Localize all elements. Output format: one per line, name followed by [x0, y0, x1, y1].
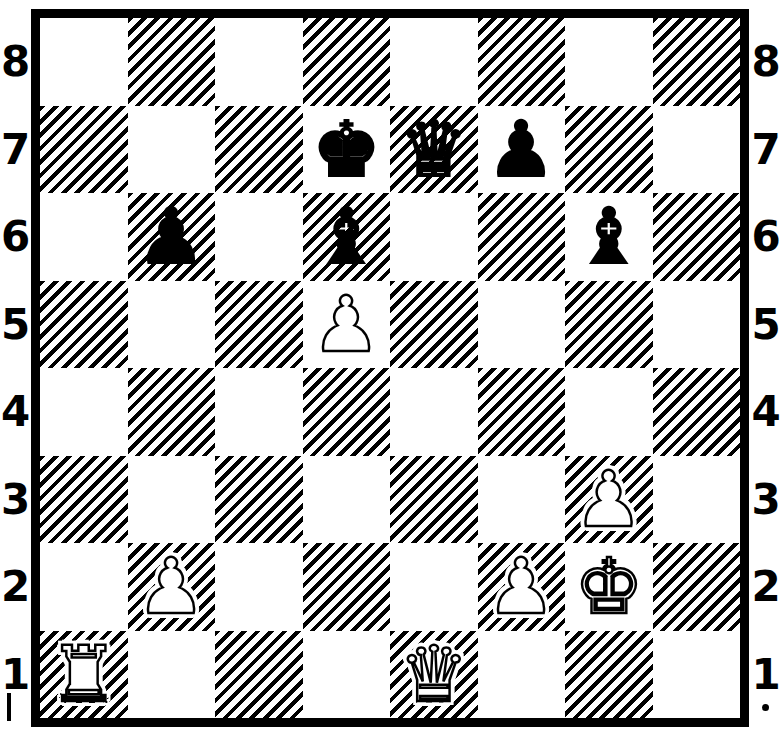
rank-labels-right: 87654321 [749, 18, 783, 718]
square-b3[interactable] [128, 456, 216, 544]
square-f1[interactable] [478, 631, 566, 719]
square-e2[interactable] [390, 543, 478, 631]
square-f7[interactable]: ♟ [478, 106, 566, 194]
square-g5[interactable] [565, 281, 653, 369]
square-g1[interactable] [565, 631, 653, 719]
rank-label-right-3: 3 [749, 456, 783, 544]
square-c2[interactable] [215, 543, 303, 631]
square-f4[interactable] [478, 368, 566, 456]
square-e5[interactable] [390, 281, 478, 369]
white-pawn[interactable]: ♟ [565, 456, 653, 544]
square-h7[interactable] [653, 106, 741, 194]
square-a6[interactable] [40, 193, 128, 281]
square-g6[interactable]: ♝ [565, 193, 653, 281]
chess-diagram-page: 87654321 ♚♛♟♟♝♝♟♟♟♟♚♜♛ 87654321 [0, 0, 783, 741]
square-b4[interactable] [128, 368, 216, 456]
white-pawn[interactable]: ♟ [128, 543, 216, 631]
square-g2[interactable]: ♚ [565, 543, 653, 631]
black-king[interactable]: ♚ [303, 106, 391, 194]
rank-label-left-8: 8 [0, 18, 31, 106]
square-h6[interactable] [653, 193, 741, 281]
black-bishop[interactable]: ♝ [565, 193, 653, 281]
square-h8[interactable] [653, 18, 741, 106]
white-rook[interactable]: ♜ [40, 631, 128, 719]
square-a5[interactable] [40, 281, 128, 369]
square-a7[interactable] [40, 106, 128, 194]
chess-board: ♚♛♟♟♝♝♟♟♟♟♚♜♛ [31, 9, 749, 727]
square-b5[interactable] [128, 281, 216, 369]
square-h2[interactable] [653, 543, 741, 631]
square-f3[interactable] [478, 456, 566, 544]
print-artifact-tick [7, 693, 11, 721]
square-c4[interactable] [215, 368, 303, 456]
rank-label-right-8: 8 [749, 18, 783, 106]
square-e1[interactable]: ♛ [390, 631, 478, 719]
square-a1[interactable]: ♜ [40, 631, 128, 719]
square-e3[interactable] [390, 456, 478, 544]
rank-label-left-3: 3 [0, 456, 31, 544]
rank-label-right-6: 6 [749, 193, 783, 281]
square-b8[interactable] [128, 18, 216, 106]
rank-label-left-7: 7 [0, 106, 31, 194]
square-d2[interactable] [303, 543, 391, 631]
square-d6[interactable]: ♝ [303, 193, 391, 281]
square-e6[interactable] [390, 193, 478, 281]
square-h4[interactable] [653, 368, 741, 456]
square-g3[interactable]: ♟ [565, 456, 653, 544]
chess-diagram: 87654321 ♚♛♟♟♝♝♟♟♟♟♚♜♛ 87654321 [0, 0, 783, 727]
square-a3[interactable] [40, 456, 128, 544]
rank-label-right-2: 2 [749, 543, 783, 631]
square-a4[interactable] [40, 368, 128, 456]
square-b1[interactable] [128, 631, 216, 719]
square-d3[interactable] [303, 456, 391, 544]
square-c3[interactable] [215, 456, 303, 544]
black-queen[interactable]: ♛ [390, 106, 478, 194]
rank-label-left-6: 6 [0, 193, 31, 281]
rank-label-right-7: 7 [749, 106, 783, 194]
rank-labels-left: 87654321 [0, 18, 31, 718]
rank-label-right-4: 4 [749, 368, 783, 456]
rank-label-left-2: 2 [0, 543, 31, 631]
white-queen[interactable]: ♛ [390, 631, 478, 719]
square-a2[interactable] [40, 543, 128, 631]
square-e7[interactable]: ♛ [390, 106, 478, 194]
square-h5[interactable] [653, 281, 741, 369]
square-h3[interactable] [653, 456, 741, 544]
square-c6[interactable] [215, 193, 303, 281]
square-d8[interactable] [303, 18, 391, 106]
square-d5[interactable]: ♟ [303, 281, 391, 369]
square-f5[interactable] [478, 281, 566, 369]
black-bishop[interactable]: ♝ [303, 193, 391, 281]
square-b7[interactable] [128, 106, 216, 194]
square-h1[interactable] [653, 631, 741, 719]
rank-label-left-4: 4 [0, 368, 31, 456]
print-artifact-dot [762, 704, 769, 711]
square-c7[interactable] [215, 106, 303, 194]
square-f6[interactable] [478, 193, 566, 281]
white-pawn[interactable]: ♟ [478, 543, 566, 631]
square-d4[interactable] [303, 368, 391, 456]
black-pawn[interactable]: ♟ [128, 193, 216, 281]
white-pawn[interactable]: ♟ [303, 281, 391, 369]
square-b6[interactable]: ♟ [128, 193, 216, 281]
square-b2[interactable]: ♟ [128, 543, 216, 631]
square-c8[interactable] [215, 18, 303, 106]
rank-label-left-5: 5 [0, 281, 31, 369]
square-f8[interactable] [478, 18, 566, 106]
square-e4[interactable] [390, 368, 478, 456]
black-pawn[interactable]: ♟ [478, 106, 566, 194]
rank-label-right-5: 5 [749, 281, 783, 369]
square-g4[interactable] [565, 368, 653, 456]
rank-label-left-1: 1 [0, 631, 31, 719]
square-g7[interactable] [565, 106, 653, 194]
white-king[interactable]: ♚ [565, 543, 653, 631]
square-a8[interactable] [40, 18, 128, 106]
square-d7[interactable]: ♚ [303, 106, 391, 194]
square-c5[interactable] [215, 281, 303, 369]
square-f2[interactable]: ♟ [478, 543, 566, 631]
square-d1[interactable] [303, 631, 391, 719]
square-c1[interactable] [215, 631, 303, 719]
square-g8[interactable] [565, 18, 653, 106]
square-e8[interactable] [390, 18, 478, 106]
